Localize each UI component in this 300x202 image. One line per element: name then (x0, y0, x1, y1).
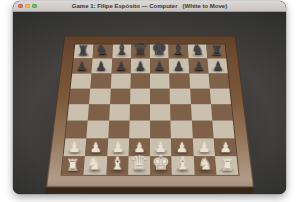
square-d8[interactable]: ♛ (130, 45, 149, 59)
square-h8[interactable]: ♜ (206, 45, 226, 59)
piece-black-pawn-g7[interactable]: ♟ (192, 60, 203, 72)
square-h7[interactable]: ♟ (207, 59, 228, 74)
piece-white-knight-b1[interactable]: ♞ (87, 157, 102, 174)
piece-black-pawn-c7[interactable]: ♟ (115, 60, 126, 72)
piece-white-rook-a1[interactable]: ♜ (65, 158, 79, 174)
square-g5[interactable] (189, 89, 210, 105)
piece-white-bishop-f1[interactable]: ♝ (175, 155, 191, 173)
board-scene: ♜♞♝♛♚♝♞♜♟♟♟♟♟♟♟♟♟♟♟♟♟♟♟♟♜♞♝♛♚♝♞♜ (13, 12, 286, 194)
square-c6[interactable] (110, 74, 130, 89)
square-a8[interactable]: ♜ (73, 45, 93, 59)
square-b8[interactable]: ♞ (92, 45, 112, 59)
square-g3[interactable] (191, 121, 213, 138)
square-g4[interactable] (190, 105, 212, 122)
piece-black-pawn-d7[interactable]: ♟ (134, 60, 145, 72)
piece-black-rook-h8[interactable]: ♜ (210, 44, 222, 58)
square-d3[interactable] (128, 121, 149, 138)
square-e4[interactable] (150, 105, 171, 122)
board-frame: ♜♞♝♛♚♝♞♜♟♟♟♟♟♟♟♟♟♟♟♟♟♟♟♟♜♞♝♛♚♝♞♜ (45, 36, 253, 188)
square-b6[interactable] (90, 74, 111, 89)
square-e7[interactable]: ♟ (150, 59, 169, 74)
square-c1[interactable]: ♝ (105, 156, 128, 175)
piece-black-pawn-e7[interactable]: ♟ (154, 60, 165, 72)
square-f1[interactable]: ♝ (171, 156, 194, 175)
piece-black-queen-d8[interactable]: ♛ (132, 41, 147, 58)
square-h4[interactable] (210, 105, 232, 122)
piece-black-bishop-f8[interactable]: ♝ (171, 42, 185, 58)
piece-black-king-e8[interactable]: ♚ (151, 40, 167, 58)
turn-status: (White to Move) (183, 3, 228, 9)
piece-white-pawn-a2[interactable]: ♟ (68, 141, 80, 155)
piece-white-knight-g1[interactable]: ♞ (197, 157, 212, 174)
square-f8[interactable]: ♝ (168, 45, 187, 59)
piece-black-bishop-c8[interactable]: ♝ (114, 42, 128, 58)
square-d6[interactable] (130, 74, 150, 89)
square-d7[interactable]: ♟ (130, 59, 149, 74)
square-a2[interactable]: ♟ (63, 138, 86, 156)
piece-white-pawn-g2[interactable]: ♟ (197, 141, 209, 155)
square-b4[interactable] (87, 105, 109, 122)
square-d5[interactable] (129, 89, 149, 105)
square-a5[interactable] (69, 89, 90, 105)
piece-white-pawn-b2[interactable]: ♟ (89, 141, 101, 155)
square-b1[interactable]: ♞ (83, 156, 106, 175)
piece-black-pawn-b7[interactable]: ♟ (95, 60, 106, 72)
square-f6[interactable] (169, 74, 189, 89)
window-title: Game 1: Filipe Espósito — Computer (Whit… (13, 1, 286, 11)
piece-white-king-e1[interactable]: ♚ (151, 153, 170, 174)
piece-black-pawn-h7[interactable]: ♟ (212, 60, 223, 72)
game-title: Game 1: Filipe Espósito — Computer (72, 3, 178, 9)
square-e3[interactable] (150, 121, 171, 138)
piece-white-pawn-h2[interactable]: ♟ (219, 141, 231, 155)
square-a6[interactable] (70, 74, 91, 89)
square-e1[interactable]: ♚ (150, 156, 172, 175)
square-a4[interactable] (67, 105, 89, 122)
chess-board[interactable]: ♜♞♝♛♚♝♞♜♟♟♟♟♟♟♟♟♟♟♟♟♟♟♟♟♜♞♝♛♚♝♞♜ (61, 45, 238, 175)
square-a3[interactable] (65, 121, 87, 138)
piece-white-rook-h1[interactable]: ♜ (220, 158, 234, 174)
square-h6[interactable] (208, 74, 229, 89)
square-b7[interactable]: ♟ (91, 59, 111, 74)
chess-app-window: Game 1: Filipe Espósito — Computer (Whit… (13, 1, 286, 194)
piece-white-bishop-c1[interactable]: ♝ (108, 155, 124, 173)
square-e6[interactable] (150, 74, 170, 89)
square-c8[interactable]: ♝ (111, 45, 130, 59)
square-c4[interactable] (108, 105, 129, 122)
square-h1[interactable]: ♜ (214, 156, 238, 175)
square-g8[interactable]: ♞ (187, 45, 207, 59)
square-e8[interactable]: ♚ (150, 45, 169, 59)
square-d4[interactable] (129, 105, 150, 122)
square-e5[interactable] (150, 89, 170, 105)
square-a1[interactable]: ♜ (61, 156, 85, 175)
square-f5[interactable] (169, 89, 190, 105)
square-a7[interactable]: ♟ (72, 59, 93, 74)
game-area: ♜♞♝♛♚♝♞♜♟♟♟♟♟♟♟♟♟♟♟♟♟♟♟♟♜♞♝♛♚♝♞♜ (13, 12, 286, 194)
square-f4[interactable] (170, 105, 191, 122)
square-b3[interactable] (86, 121, 108, 138)
piece-white-queen-d1[interactable]: ♛ (130, 154, 148, 174)
square-c7[interactable]: ♟ (111, 59, 131, 74)
square-g1[interactable]: ♞ (193, 156, 216, 175)
window-titlebar[interactable]: Game 1: Filipe Espósito — Computer (Whit… (13, 1, 286, 12)
square-h3[interactable] (212, 121, 234, 138)
square-f7[interactable]: ♟ (169, 59, 189, 74)
square-c5[interactable] (109, 89, 130, 105)
square-g6[interactable] (188, 74, 209, 89)
square-h5[interactable] (209, 89, 230, 105)
square-g7[interactable]: ♟ (188, 59, 208, 74)
piece-black-knight-g8[interactable]: ♞ (191, 43, 204, 58)
square-d1[interactable]: ♛ (127, 156, 149, 175)
piece-black-pawn-f7[interactable]: ♟ (173, 60, 184, 72)
square-h2[interactable]: ♟ (213, 138, 236, 156)
square-b5[interactable] (89, 89, 110, 105)
piece-black-rook-a8[interactable]: ♜ (77, 44, 89, 58)
square-c3[interactable] (107, 121, 129, 138)
piece-black-pawn-a7[interactable]: ♟ (76, 60, 87, 72)
piece-black-knight-b8[interactable]: ♞ (95, 43, 108, 58)
square-f3[interactable] (170, 121, 192, 138)
